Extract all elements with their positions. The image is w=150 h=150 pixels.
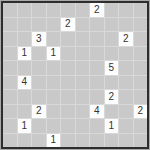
cell-r7-c3[interactable]	[47, 105, 61, 119]
cell-r1-c6[interactable]	[90, 18, 104, 32]
cell-r5-c9[interactable]	[134, 76, 148, 90]
cell-r7-c0[interactable]	[3, 105, 17, 119]
clue-cell-r5-c1: 4	[18, 76, 32, 90]
cell-r4-c6[interactable]	[90, 61, 104, 75]
clue-cell-r7-c2: 2	[32, 105, 46, 119]
minesweeper-board: 223211542242111	[0, 0, 150, 150]
cell-r9-c9[interactable]	[134, 134, 148, 148]
clue-cell-r9-c3: 1	[47, 134, 61, 148]
cell-r4-c9[interactable]	[134, 61, 148, 75]
cell-r5-c3[interactable]	[47, 76, 61, 90]
puzzle-grid: 223211542242111	[3, 3, 147, 147]
cell-r7-c1[interactable]	[18, 105, 32, 119]
cell-r1-c9[interactable]	[134, 18, 148, 32]
cell-r3-c6[interactable]	[90, 47, 104, 61]
clue-cell-r6-c7: 2	[105, 90, 119, 104]
cell-r3-c5[interactable]	[76, 47, 90, 61]
clue-cell-r0-c6: 2	[90, 3, 104, 17]
clue-cell-r2-c2: 3	[32, 32, 46, 46]
cell-r9-c7[interactable]	[105, 134, 119, 148]
cell-r1-c0[interactable]	[3, 18, 17, 32]
cell-r6-c3[interactable]	[47, 90, 61, 104]
cell-r8-c9[interactable]	[134, 119, 148, 133]
cell-r9-c0[interactable]	[3, 134, 17, 148]
cell-r1-c1[interactable]	[18, 18, 32, 32]
cell-r2-c7[interactable]	[105, 32, 119, 46]
cell-r1-c2[interactable]	[32, 18, 46, 32]
cell-r5-c7[interactable]	[105, 76, 119, 90]
cell-r3-c9[interactable]	[134, 47, 148, 61]
cell-r2-c4[interactable]	[61, 32, 75, 46]
cell-r4-c5[interactable]	[76, 61, 90, 75]
cell-r7-c8[interactable]	[119, 105, 133, 119]
cell-r0-c0[interactable]	[3, 3, 17, 17]
cell-r8-c8[interactable]	[119, 119, 133, 133]
cell-r9-c6[interactable]	[90, 134, 104, 148]
cell-r5-c2[interactable]	[32, 76, 46, 90]
clue-cell-r2-c8: 2	[119, 32, 133, 46]
clue-cell-r4-c7: 5	[105, 61, 119, 75]
cell-r5-c4[interactable]	[61, 76, 75, 90]
clue-cell-r8-c1: 1	[18, 119, 32, 133]
clue-cell-r3-c3: 1	[47, 47, 61, 61]
cell-r7-c5[interactable]	[76, 105, 90, 119]
cell-r6-c5[interactable]	[76, 90, 90, 104]
cell-r8-c3[interactable]	[47, 119, 61, 133]
cell-r8-c5[interactable]	[76, 119, 90, 133]
cell-r0-c2[interactable]	[32, 3, 46, 17]
cell-r9-c5[interactable]	[76, 134, 90, 148]
cell-r8-c4[interactable]	[61, 119, 75, 133]
cell-r8-c0[interactable]	[3, 119, 17, 133]
cell-r3-c7[interactable]	[105, 47, 119, 61]
cell-r2-c6[interactable]	[90, 32, 104, 46]
cell-r6-c0[interactable]	[3, 90, 17, 104]
cell-r8-c2[interactable]	[32, 119, 46, 133]
cell-r4-c8[interactable]	[119, 61, 133, 75]
cell-r1-c8[interactable]	[119, 18, 133, 32]
cell-r0-c8[interactable]	[119, 3, 133, 17]
cell-r2-c3[interactable]	[47, 32, 61, 46]
cell-r2-c9[interactable]	[134, 32, 148, 46]
cell-r4-c1[interactable]	[18, 61, 32, 75]
cell-r5-c0[interactable]	[3, 76, 17, 90]
cell-r3-c2[interactable]	[32, 47, 46, 61]
cell-r1-c5[interactable]	[76, 18, 90, 32]
cell-r1-c3[interactable]	[47, 18, 61, 32]
cell-r6-c1[interactable]	[18, 90, 32, 104]
cell-r6-c6[interactable]	[90, 90, 104, 104]
cell-r3-c0[interactable]	[3, 47, 17, 61]
clue-cell-r7-c9: 2	[134, 105, 148, 119]
cell-r0-c7[interactable]	[105, 3, 119, 17]
clue-cell-r8-c7: 1	[105, 119, 119, 133]
board-frame: 223211542242111	[1, 1, 149, 149]
cell-r2-c0[interactable]	[3, 32, 17, 46]
cell-r9-c4[interactable]	[61, 134, 75, 148]
clue-cell-r1-c4: 2	[61, 18, 75, 32]
cell-r5-c6[interactable]	[90, 76, 104, 90]
cell-r3-c4[interactable]	[61, 47, 75, 61]
clue-cell-r7-c6: 4	[90, 105, 104, 119]
cell-r8-c6[interactable]	[90, 119, 104, 133]
cell-r9-c8[interactable]	[119, 134, 133, 148]
cell-r6-c8[interactable]	[119, 90, 133, 104]
cell-r1-c7[interactable]	[105, 18, 119, 32]
cell-r7-c7[interactable]	[105, 105, 119, 119]
cell-r4-c3[interactable]	[47, 61, 61, 75]
cell-r4-c2[interactable]	[32, 61, 46, 75]
cell-r7-c4[interactable]	[61, 105, 75, 119]
cell-r9-c2[interactable]	[32, 134, 46, 148]
cell-r6-c4[interactable]	[61, 90, 75, 104]
cell-r6-c2[interactable]	[32, 90, 46, 104]
cell-r3-c8[interactable]	[119, 47, 133, 61]
cell-r4-c4[interactable]	[61, 61, 75, 75]
cell-r0-c9[interactable]	[134, 3, 148, 17]
cell-r4-c0[interactable]	[3, 61, 17, 75]
clue-cell-r3-c1: 1	[18, 47, 32, 61]
cell-r5-c5[interactable]	[76, 76, 90, 90]
cell-r0-c3[interactable]	[47, 3, 61, 17]
cell-r2-c1[interactable]	[18, 32, 32, 46]
cell-r9-c1[interactable]	[18, 134, 32, 148]
cell-r2-c5[interactable]	[76, 32, 90, 46]
cell-r0-c5[interactable]	[76, 3, 90, 17]
cell-r5-c8[interactable]	[119, 76, 133, 90]
cell-r6-c9[interactable]	[134, 90, 148, 104]
cell-r0-c4[interactable]	[61, 3, 75, 17]
cell-r0-c1[interactable]	[18, 3, 32, 17]
